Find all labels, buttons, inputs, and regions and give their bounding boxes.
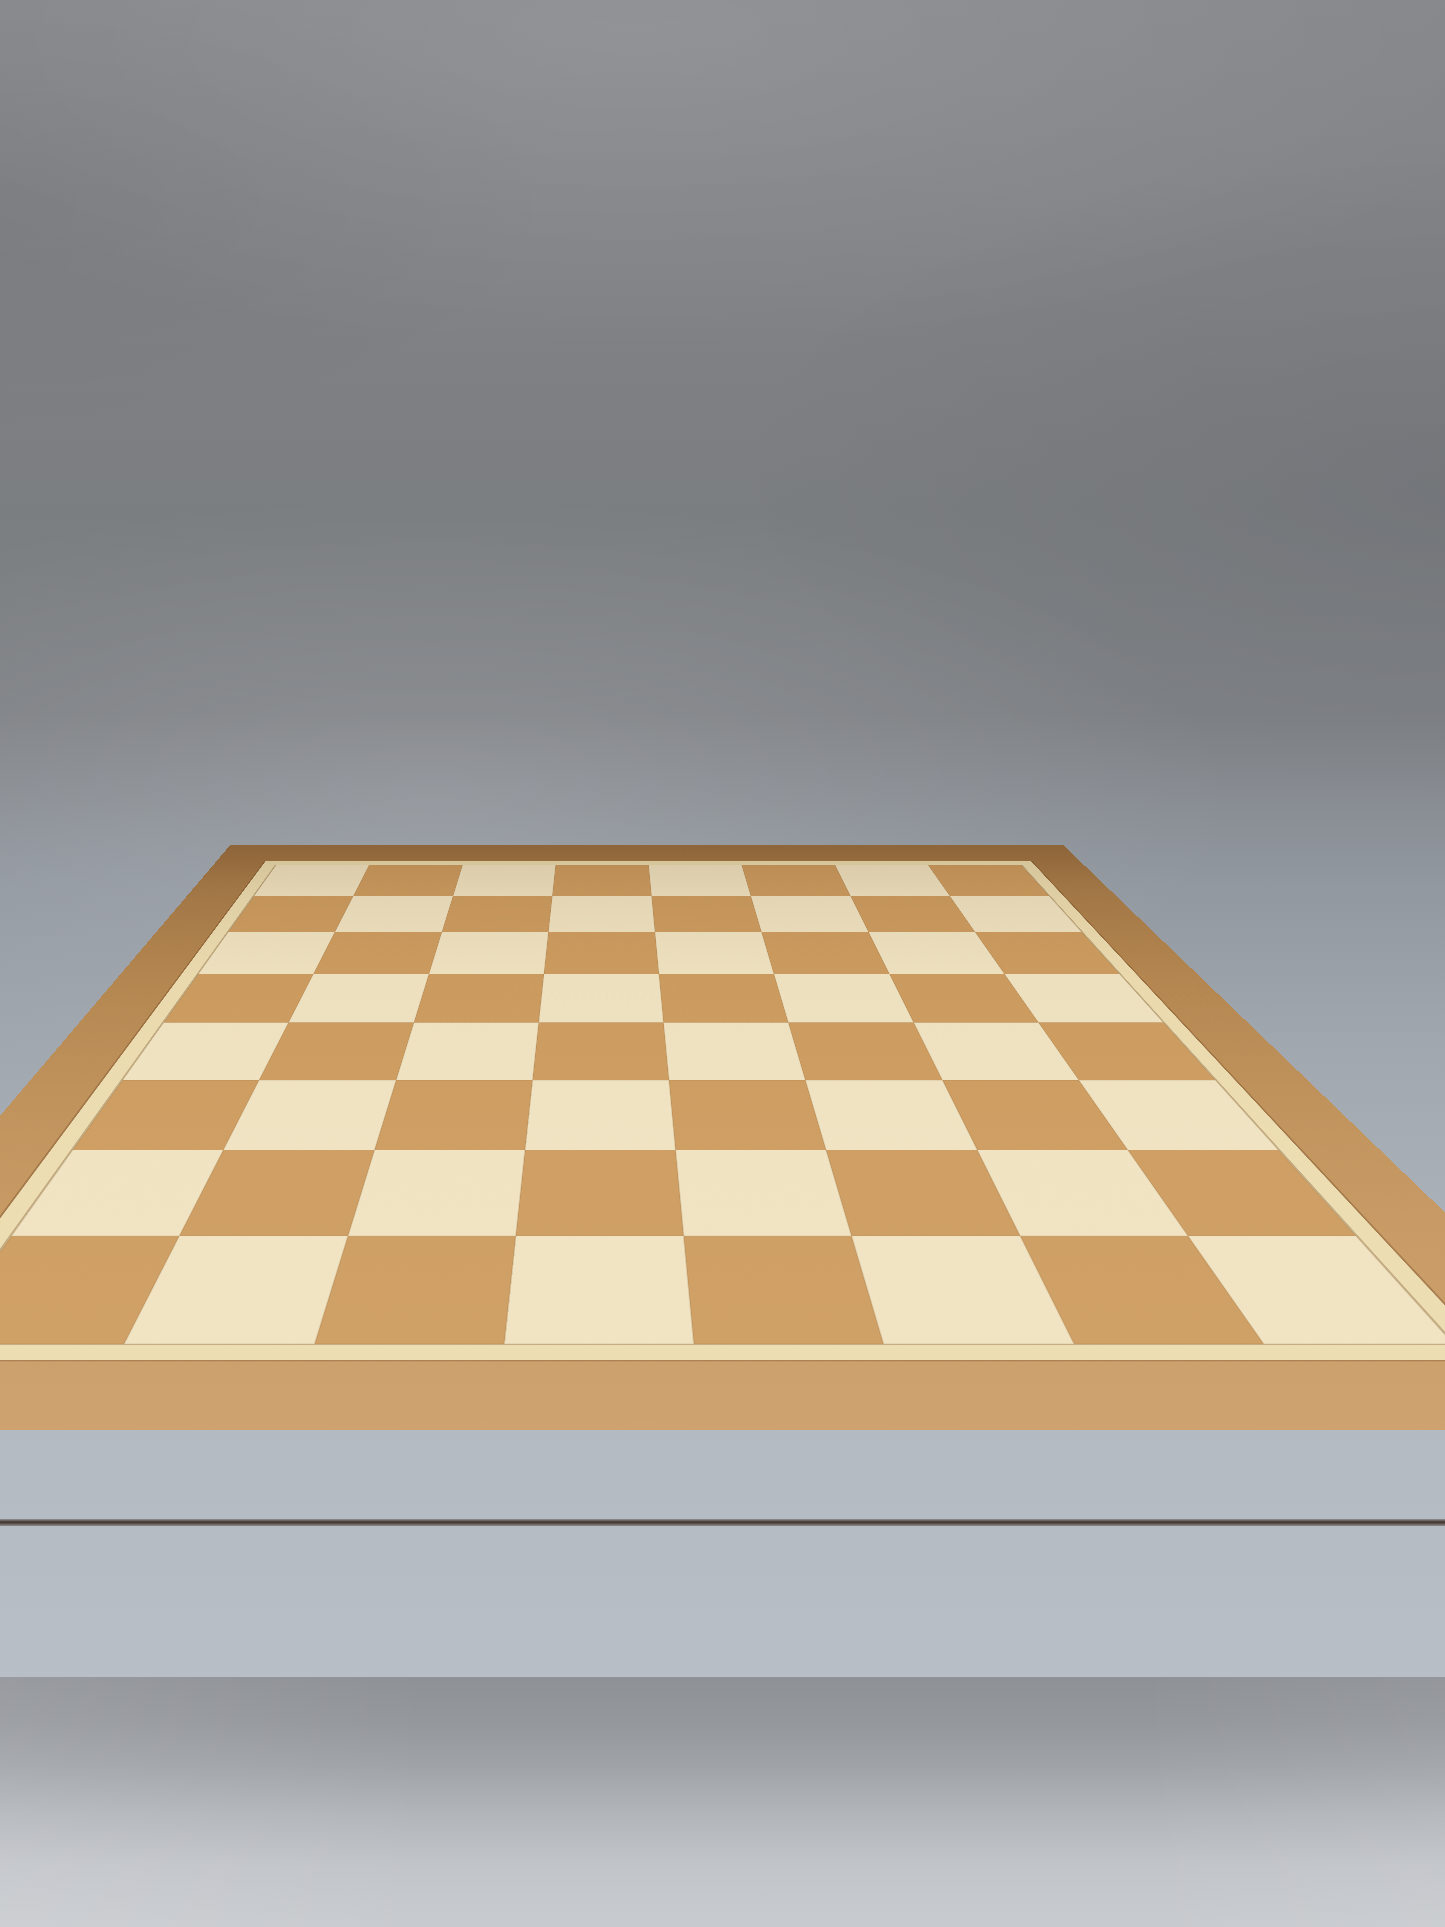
square-d1	[504, 1236, 694, 1344]
table-surface	[0, 1677, 1445, 1927]
photo-scene	[0, 0, 1445, 1927]
square-f8	[742, 865, 851, 896]
square-e4	[664, 1023, 806, 1081]
square-e6	[655, 932, 774, 974]
square-e1	[684, 1236, 884, 1344]
square-c6	[429, 932, 549, 974]
square-d3	[525, 1080, 676, 1150]
square-a7	[228, 896, 353, 932]
square-c8	[453, 865, 556, 896]
square-b5	[289, 974, 429, 1023]
square-h8	[928, 865, 1049, 896]
square-d6	[544, 932, 659, 974]
square-b7	[335, 896, 453, 932]
square-c5	[414, 974, 544, 1023]
chess-box-front-face	[0, 1402, 1445, 1677]
square-e5	[659, 974, 789, 1023]
square-c2	[348, 1150, 525, 1236]
square-e7	[652, 896, 762, 932]
square-b6	[314, 932, 442, 974]
square-a8	[254, 865, 369, 896]
square-d8	[552, 865, 651, 896]
square-c7	[442, 896, 553, 932]
square-b8	[353, 865, 462, 896]
square-c3	[374, 1080, 532, 1150]
square-a6	[199, 932, 335, 974]
square-c1	[314, 1236, 515, 1344]
square-e3	[669, 1080, 826, 1150]
square-d4	[532, 1023, 669, 1081]
square-d2	[516, 1150, 684, 1236]
square-d7	[548, 896, 655, 932]
square-c4	[396, 1023, 539, 1081]
square-d5	[539, 974, 664, 1023]
box-lid-seam	[0, 1519, 1445, 1526]
square-f6	[762, 932, 889, 974]
square-e8	[649, 865, 751, 896]
square-f7	[751, 896, 868, 932]
square-e2	[676, 1150, 852, 1236]
